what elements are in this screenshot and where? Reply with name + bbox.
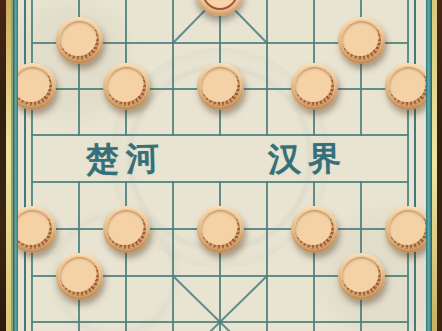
hidden-piece-f9r7[interactable] [385,206,432,253]
hidden-piece-f5r7[interactable] [197,206,244,253]
grid-line [125,181,127,331]
grid-line [414,0,416,331]
board-frame-left-teal [13,0,18,331]
hidden-piece-f3r4[interactable] [103,63,150,110]
hidden-piece-f8r8[interactable] [338,253,385,300]
grid-line [172,181,174,331]
grid-line [24,0,26,331]
grid-line [266,0,268,136]
board-frame-right-brown [437,0,442,331]
hidden-piece-f3r7[interactable] [103,206,150,253]
hidden-piece-f2r3[interactable] [56,17,103,64]
grid-line [172,0,174,136]
hidden-piece-f7r4[interactable] [291,63,338,110]
hidden-piece-f9r4[interactable] [385,63,432,110]
xiangqi-board[interactable]: 楚河 汉界 [0,0,442,331]
hidden-piece-f2r8[interactable] [56,253,103,300]
hidden-piece-f5r4[interactable] [197,63,244,110]
grid-line [266,181,268,331]
hidden-piece-f8r3[interactable] [338,17,385,64]
grid-line [219,181,221,331]
grid-line [313,181,315,331]
hidden-piece-f7r7[interactable] [291,206,338,253]
grid-line [407,0,409,331]
grid-line [31,0,33,331]
river-label-chu-he: 楚河 [86,141,167,176]
river-label-han-jie: 汉界 [268,141,349,175]
